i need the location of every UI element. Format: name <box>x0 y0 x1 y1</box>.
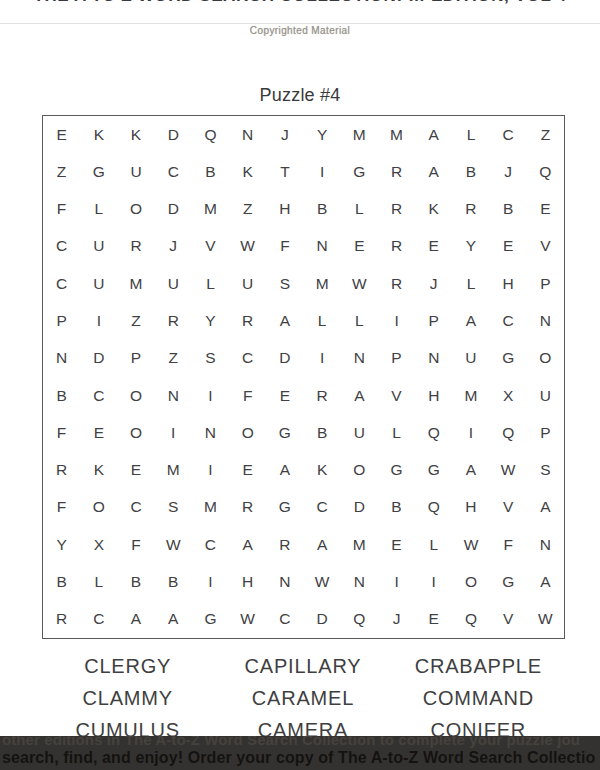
grid-cell-r14c4: A <box>155 601 192 638</box>
grid-cell-r7c1: N <box>43 340 80 377</box>
grid-cell-r14c3: A <box>117 601 154 638</box>
grid-cell-r10c12: A <box>452 452 489 489</box>
grid-cell-r6c4: R <box>155 302 192 339</box>
grid-cell-r8c1: B <box>43 377 80 414</box>
grid-cell-r10c7: A <box>266 452 303 489</box>
grid-cell-r10c14: S <box>527 452 564 489</box>
grid-cell-r7c6: C <box>229 340 266 377</box>
grid-cell-r8c14: U <box>527 377 564 414</box>
grid-cell-r1c14: Z <box>527 116 564 153</box>
grid-cell-r7c7: D <box>266 340 303 377</box>
grid-cell-r11c6: R <box>229 489 266 526</box>
grid-cell-r12c5: C <box>192 526 229 563</box>
grid-cell-r6c13: C <box>490 302 527 339</box>
grid-cell-r7c13: G <box>490 340 527 377</box>
grid-cell-r14c13: V <box>490 601 527 638</box>
grid-cell-r1c4: D <box>155 116 192 153</box>
promo-overlay-bar: other editions in The A-to-Z Word Search… <box>0 736 600 770</box>
grid-cell-r7c11: N <box>415 340 452 377</box>
grid-cell-r7c12: U <box>452 340 489 377</box>
grid-cell-r14c7: C <box>266 601 303 638</box>
grid-cell-r10c5: I <box>192 452 229 489</box>
grid-cell-r10c9: O <box>341 452 378 489</box>
grid-cell-r1c10: M <box>378 116 415 153</box>
grid-cell-r13c13: G <box>490 563 527 600</box>
grid-cell-r13c4: B <box>155 563 192 600</box>
grid-cell-r6c14: N <box>527 302 564 339</box>
grid-cell-r3c3: O <box>117 191 154 228</box>
grid-cell-r2c12: B <box>452 153 489 190</box>
grid-cell-r1c11: A <box>415 116 452 153</box>
grid-cell-r1c13: C <box>490 116 527 153</box>
grid-cell-r9c8: B <box>304 414 341 451</box>
grid-cell-r9c14: P <box>527 414 564 451</box>
word-list: CLERGYCAPILLARYCRABAPPLECLAMMYCARAMELCOM… <box>40 650 566 746</box>
grid-cell-r8c9: A <box>341 377 378 414</box>
promo-text-line1: other editions in The A-to-Z Word Search… <box>2 736 580 748</box>
grid-cell-r13c1: B <box>43 563 80 600</box>
grid-cell-r10c2: K <box>80 452 117 489</box>
grid-cell-r9c2: E <box>80 414 117 451</box>
grid-cell-r14c9: Q <box>341 601 378 638</box>
grid-cell-r9c6: O <box>229 414 266 451</box>
grid-cell-r10c13: W <box>490 452 527 489</box>
grid-cell-r14c8: D <box>304 601 341 638</box>
grid-cell-r1c3: K <box>117 116 154 153</box>
grid-cell-r6c9: L <box>341 302 378 339</box>
grid-cell-r1c1: E <box>43 116 80 153</box>
grid-cell-r3c8: B <box>304 191 341 228</box>
grid-cell-r13c14: A <box>527 563 564 600</box>
grid-cell-r11c12: H <box>452 489 489 526</box>
grid-cell-r9c11: Q <box>415 414 452 451</box>
grid-cell-r3c6: Z <box>229 191 266 228</box>
grid-cell-r11c9: D <box>341 489 378 526</box>
grid-cell-r11c13: V <box>490 489 527 526</box>
grid-cell-r4c14: V <box>527 228 564 265</box>
grid-cell-r1c9: M <box>341 116 378 153</box>
grid-cell-r8c13: X <box>490 377 527 414</box>
grid-cell-r8c11: H <box>415 377 452 414</box>
grid-cell-r13c5: I <box>192 563 229 600</box>
grid-cell-r2c11: A <box>415 153 452 190</box>
grid-cell-r14c5: G <box>192 601 229 638</box>
grid-cell-r2c13: J <box>490 153 527 190</box>
grid-cell-r13c10: I <box>378 563 415 600</box>
grid-cell-r6c11: P <box>415 302 452 339</box>
grid-cell-r11c4: S <box>155 489 192 526</box>
grid-cell-r4c3: R <box>117 228 154 265</box>
grid-cell-r7c3: P <box>117 340 154 377</box>
grid-cell-r10c6: E <box>229 452 266 489</box>
grid-cell-r13c3: B <box>117 563 154 600</box>
grid-cell-r11c3: C <box>117 489 154 526</box>
grid-cell-r1c7: J <box>266 116 303 153</box>
puzzle-title: Puzzle #4 <box>0 85 600 106</box>
grid-cell-r2c9: G <box>341 153 378 190</box>
grid-cell-r10c8: K <box>304 452 341 489</box>
grid-cell-r9c10: L <box>378 414 415 451</box>
grid-cell-r4c10: R <box>378 228 415 265</box>
grid-cell-r10c1: R <box>43 452 80 489</box>
grid-cell-r4c12: Y <box>452 228 489 265</box>
grid-cell-r6c3: Z <box>117 302 154 339</box>
grid-cell-r14c14: W <box>527 601 564 638</box>
book-title-clipped-region: THE A TO Z WORD SEARCH COLLECTION: … EDI… <box>0 0 600 8</box>
grid-cell-r11c5: M <box>192 489 229 526</box>
grid-cell-r13c11: I <box>415 563 452 600</box>
grid-cell-r3c10: R <box>378 191 415 228</box>
grid-cell-r2c14: Q <box>527 153 564 190</box>
grid-cell-r14c11: E <box>415 601 452 638</box>
grid-cell-r12c10: E <box>378 526 415 563</box>
grid-cell-r4c2: U <box>80 228 117 265</box>
grid-cell-r13c2: L <box>80 563 117 600</box>
grid-cell-r7c10: P <box>378 340 415 377</box>
grid-cell-r3c7: H <box>266 191 303 228</box>
grid-cell-r5c5: L <box>192 265 229 302</box>
grid-cell-r12c3: F <box>117 526 154 563</box>
grid-cell-r1c12: L <box>452 116 489 153</box>
grid-cell-r6c8: L <box>304 302 341 339</box>
grid-cell-r11c2: O <box>80 489 117 526</box>
grid-cell-r14c2: C <box>80 601 117 638</box>
grid-cell-r6c1: P <box>43 302 80 339</box>
grid-cell-r5c12: L <box>452 265 489 302</box>
grid-cell-r3c11: K <box>415 191 452 228</box>
grid-cell-r9c1: F <box>43 414 80 451</box>
grid-cell-r12c2: X <box>80 526 117 563</box>
grid-cell-r3c5: M <box>192 191 229 228</box>
grid-cell-r6c10: I <box>378 302 415 339</box>
grid-cell-r4c6: W <box>229 228 266 265</box>
grid-cell-r4c11: E <box>415 228 452 265</box>
grid-cell-r13c8: W <box>304 563 341 600</box>
grid-cell-r12c1: Y <box>43 526 80 563</box>
grid-cell-r7c8: I <box>304 340 341 377</box>
grid-cell-r11c11: Q <box>415 489 452 526</box>
grid-cell-r4c7: F <box>266 228 303 265</box>
grid-cell-r2c7: T <box>266 153 303 190</box>
grid-cell-r8c4: N <box>155 377 192 414</box>
grid-cell-r13c7: N <box>266 563 303 600</box>
grid-cell-r12c8: A <box>304 526 341 563</box>
grid-cell-r5c13: H <box>490 265 527 302</box>
grid-cell-r11c10: B <box>378 489 415 526</box>
grid-cell-r5c11: J <box>415 265 452 302</box>
grid-cell-r5c6: U <box>229 265 266 302</box>
grid-cell-r10c3: E <box>117 452 154 489</box>
grid-cell-r8c10: V <box>378 377 415 414</box>
grid-cell-r5c14: P <box>527 265 564 302</box>
grid-cell-r2c5: B <box>192 153 229 190</box>
grid-cell-r3c9: L <box>341 191 378 228</box>
grid-cell-r12c11: L <box>415 526 452 563</box>
grid-cell-r2c6: K <box>229 153 266 190</box>
grid-cell-r3c13: B <box>490 191 527 228</box>
grid-cell-r1c2: K <box>80 116 117 153</box>
grid-cell-r9c13: Q <box>490 414 527 451</box>
grid-cell-r5c2: U <box>80 265 117 302</box>
grid-cell-r11c7: G <box>266 489 303 526</box>
header-divider <box>0 23 600 24</box>
grid-cell-r14c6: W <box>229 601 266 638</box>
grid-cell-r2c2: G <box>80 153 117 190</box>
grid-cell-r12c9: M <box>341 526 378 563</box>
grid-cell-r4c5: V <box>192 228 229 265</box>
grid-cell-r5c7: S <box>266 265 303 302</box>
word-search-grid: EKKDQNJYMMALCZZGUCBKTIGRABJQFLODMZHBLRKR… <box>42 115 565 639</box>
grid-cell-r12c13: F <box>490 526 527 563</box>
grid-cell-r5c4: U <box>155 265 192 302</box>
grid-cell-r8c8: R <box>304 377 341 414</box>
grid-cell-r8c7: E <box>266 377 303 414</box>
grid-cell-r4c9: E <box>341 228 378 265</box>
grid-cell-r13c6: H <box>229 563 266 600</box>
grid-cell-r6c7: A <box>266 302 303 339</box>
grid-cell-r8c3: O <box>117 377 154 414</box>
promo-text-line2: search, find, and enjoy! Order your copy… <box>2 749 595 767</box>
grid-cell-r8c12: M <box>452 377 489 414</box>
grid-cell-r5c10: R <box>378 265 415 302</box>
grid-cell-r9c9: U <box>341 414 378 451</box>
grid-cell-r6c6: R <box>229 302 266 339</box>
grid-cell-r9c5: N <box>192 414 229 451</box>
grid-cell-r6c2: I <box>80 302 117 339</box>
word-list-item-capillary: CAPILLARY <box>215 650 390 682</box>
word-list-item-crabapple: CRABAPPLE <box>391 650 566 682</box>
grid-cell-r6c12: A <box>452 302 489 339</box>
grid-cell-r5c1: C <box>43 265 80 302</box>
grid-cell-r2c3: U <box>117 153 154 190</box>
grid-cell-r14c12: Q <box>452 601 489 638</box>
grid-cell-r12c14: N <box>527 526 564 563</box>
grid-cell-r13c12: O <box>452 563 489 600</box>
grid-cell-r1c5: Q <box>192 116 229 153</box>
copyright-notice: Copyrighted Material <box>0 25 600 36</box>
grid-cell-r9c12: I <box>452 414 489 451</box>
word-list-item-command: COMMAND <box>391 682 566 714</box>
grid-cell-r13c9: N <box>341 563 378 600</box>
grid-cell-r6c5: Y <box>192 302 229 339</box>
grid-cell-r8c6: F <box>229 377 266 414</box>
grid-cell-r2c1: Z <box>43 153 80 190</box>
grid-cell-r3c12: R <box>452 191 489 228</box>
grid-cell-r4c8: N <box>304 228 341 265</box>
word-list-item-clergy: CLERGY <box>40 650 215 682</box>
grid-cell-r4c13: E <box>490 228 527 265</box>
grid-cell-r11c1: F <box>43 489 80 526</box>
grid-cell-r12c6: A <box>229 526 266 563</box>
grid-cell-r9c7: G <box>266 414 303 451</box>
grid-cell-r11c14: A <box>527 489 564 526</box>
grid-cell-r5c8: M <box>304 265 341 302</box>
grid-cell-r11c8: C <box>304 489 341 526</box>
grid-cell-r12c12: W <box>452 526 489 563</box>
grid-cell-r2c10: R <box>378 153 415 190</box>
grid-cell-r12c4: W <box>155 526 192 563</box>
grid-cell-r2c8: I <box>304 153 341 190</box>
grid-cell-r2c4: C <box>155 153 192 190</box>
grid-cell-r1c6: N <box>229 116 266 153</box>
grid-cell-r7c2: D <box>80 340 117 377</box>
word-list-item-clammy: CLAMMY <box>40 682 215 714</box>
grid-cell-r7c4: Z <box>155 340 192 377</box>
grid-cell-r4c4: J <box>155 228 192 265</box>
grid-cell-r5c3: M <box>117 265 154 302</box>
grid-cell-r10c10: G <box>378 452 415 489</box>
grid-cell-r10c11: G <box>415 452 452 489</box>
grid-cell-r14c1: R <box>43 601 80 638</box>
grid-cell-r7c5: S <box>192 340 229 377</box>
grid-cell-r3c14: E <box>527 191 564 228</box>
grid-cell-r12c7: R <box>266 526 303 563</box>
word-list-item-caramel: CARAMEL <box>215 682 390 714</box>
grid-cell-r7c14: O <box>527 340 564 377</box>
grid-cell-r3c1: F <box>43 191 80 228</box>
grid-cell-r8c5: I <box>192 377 229 414</box>
grid-cell-r3c4: D <box>155 191 192 228</box>
grid-cell-r1c8: Y <box>304 116 341 153</box>
grid-cell-r14c10: J <box>378 601 415 638</box>
grid-cell-r8c2: C <box>80 377 117 414</box>
grid-cell-r5c9: W <box>341 265 378 302</box>
grid-cell-r3c2: L <box>80 191 117 228</box>
book-title: THE A TO Z WORD SEARCH COLLECTION: … EDI… <box>0 0 600 6</box>
grid-cell-r9c4: I <box>155 414 192 451</box>
grid-cell-r10c4: M <box>155 452 192 489</box>
grid-cell-r7c9: N <box>341 340 378 377</box>
grid-cell-r4c1: C <box>43 228 80 265</box>
grid-cell-r9c3: O <box>117 414 154 451</box>
